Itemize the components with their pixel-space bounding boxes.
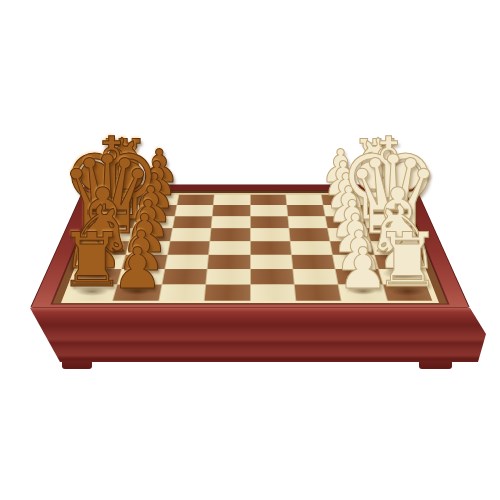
square-c7 [122, 255, 166, 269]
square-c4 [250, 255, 292, 269]
square-b4 [250, 269, 293, 284]
square-b5 [206, 269, 249, 284]
square-g2 [324, 205, 363, 216]
square-b8 [74, 269, 121, 284]
square-e8 [90, 229, 133, 241]
walnut-border [53, 190, 447, 303]
square-e6 [170, 229, 210, 241]
board-frame [30, 185, 470, 308]
square-g4 [250, 205, 287, 216]
piece-white-pawn-h2: ♟ [318, 144, 364, 190]
square-f8 [95, 217, 136, 229]
square-a7 [113, 285, 161, 301]
square-g7 [137, 205, 176, 216]
square-c6 [165, 255, 208, 269]
square-e2 [328, 229, 370, 241]
product-photo: ♜♞♝♛♚♝♞♜♟♟♟♟♟♟♟♟♟♟♟♟♟♟♟♟♜♞♝♛♚♝♞♜ [0, 0, 500, 500]
square-f3 [288, 217, 327, 229]
square-a3 [295, 285, 341, 301]
square-a1 [383, 285, 432, 301]
square-f2 [326, 217, 366, 229]
square-d8 [85, 241, 129, 254]
square-b6 [162, 269, 207, 284]
square-f6 [173, 217, 212, 229]
square-f1 [364, 217, 405, 229]
square-d1 [371, 241, 415, 254]
square-f7 [134, 217, 174, 229]
maple-border [61, 193, 439, 303]
square-g1 [360, 205, 400, 216]
square-a5 [205, 285, 250, 301]
box-top-face [30, 185, 470, 308]
square-h7 [140, 195, 178, 205]
square-h4 [250, 195, 286, 205]
square-a8 [68, 285, 117, 301]
square-d4 [250, 241, 290, 254]
box-front-face [28, 308, 488, 364]
square-h1 [357, 195, 396, 205]
square-g5 [213, 205, 250, 216]
square-e3 [289, 229, 329, 241]
checkerboard [68, 195, 432, 301]
square-a6 [159, 285, 205, 301]
square-a2 [339, 285, 387, 301]
square-c5 [208, 255, 250, 269]
square-d5 [209, 241, 249, 254]
square-g3 [287, 205, 325, 216]
square-h6 [177, 195, 214, 205]
square-d2 [331, 241, 374, 254]
square-g6 [175, 205, 213, 216]
square-g8 [100, 205, 140, 216]
square-b7 [118, 269, 164, 284]
square-f5 [212, 217, 250, 229]
piece-black-pawn-h7: ♟ [136, 144, 182, 190]
square-c2 [333, 255, 377, 269]
square-h2 [322, 195, 360, 205]
square-h5 [214, 195, 250, 205]
square-e1 [367, 229, 410, 241]
square-c1 [374, 255, 420, 269]
square-e5 [210, 229, 249, 241]
piece-white-rook-h1: ♜ [347, 131, 407, 191]
square-h3 [286, 195, 323, 205]
square-e4 [250, 229, 289, 241]
square-a4 [250, 285, 295, 301]
square-c3 [292, 255, 335, 269]
square-h8 [104, 195, 143, 205]
square-d3 [290, 241, 332, 254]
square-e7 [130, 229, 172, 241]
square-f4 [250, 217, 288, 229]
square-d6 [168, 241, 210, 254]
square-d7 [127, 241, 170, 254]
square-b3 [293, 269, 338, 284]
piece-black-rook-h8: ♜ [93, 131, 153, 191]
square-b2 [336, 269, 382, 284]
square-c8 [80, 255, 126, 269]
square-b1 [379, 269, 426, 284]
